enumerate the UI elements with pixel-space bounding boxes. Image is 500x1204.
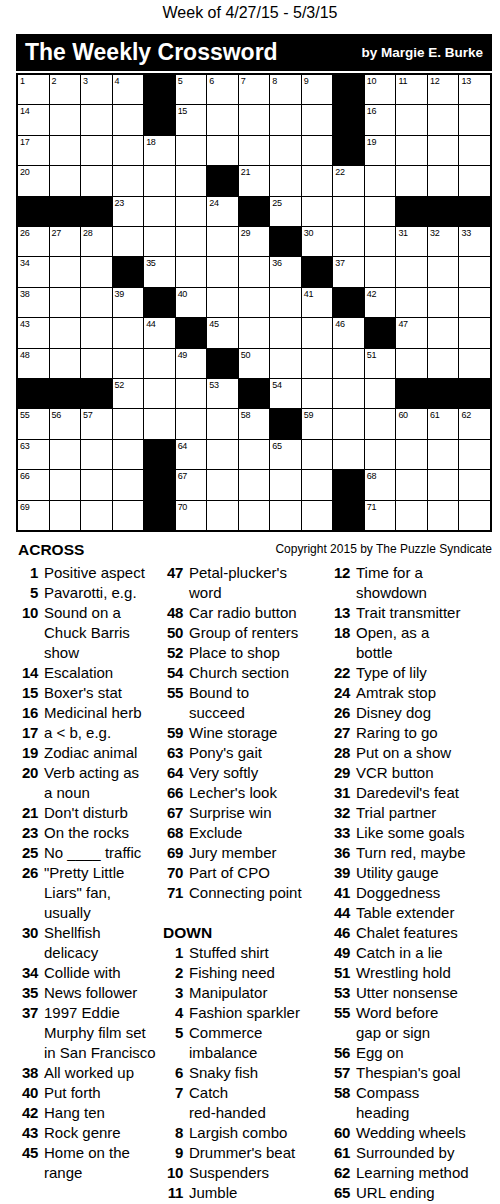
cell-r2c9[interactable] (270, 105, 301, 134)
cell-r13c3[interactable] (81, 440, 112, 469)
clue-text: Surrounded by (356, 1143, 454, 1163)
cell-r12c6[interactable] (176, 409, 207, 438)
cell-number: 36 (272, 258, 281, 268)
cell-r14c7[interactable] (207, 470, 238, 499)
clue-text: Table extender (356, 903, 454, 923)
cell-r7c13[interactable] (396, 257, 427, 286)
cell-r9c1[interactable]: 43 (18, 318, 49, 347)
cell-r15c4[interactable] (113, 501, 144, 530)
clue-down-12: 12Time for a showdown (330, 563, 496, 603)
cell-r7c5[interactable]: 35 (144, 257, 175, 286)
cell-r3c5[interactable]: 18 (144, 136, 175, 165)
clue-number: 46 (330, 923, 350, 943)
clue-across-42: 42Hang ten (18, 1103, 163, 1123)
cell-r9c5[interactable]: 44 (144, 318, 175, 347)
cell-number: 52 (115, 380, 124, 390)
cell-r3c12[interactable]: 19 (365, 136, 396, 165)
cell-r13c9[interactable]: 65 (270, 440, 301, 469)
cell-r7c8[interactable] (239, 257, 270, 286)
cell-number: 54 (272, 380, 281, 390)
cell-r15c15[interactable] (459, 501, 490, 530)
cell-number: 25 (272, 198, 281, 208)
cell-r12c15[interactable]: 62 (459, 409, 490, 438)
clue-text: Wedding wheels (356, 1123, 466, 1143)
cell-r14c3[interactable] (81, 470, 112, 499)
cell-r1c12[interactable]: 10 (365, 75, 396, 104)
cell-r5c6[interactable] (176, 197, 207, 226)
clue-text: Catch red-handed (189, 1083, 266, 1123)
cell-number: 55 (20, 410, 29, 420)
cell-r6c12[interactable] (365, 227, 396, 256)
cell-r2c1[interactable]: 14 (18, 105, 49, 134)
cell-r12c4[interactable] (113, 409, 144, 438)
cell-r14c13[interactable] (396, 470, 427, 499)
cell-r14c2[interactable] (50, 470, 81, 499)
cell-r6c10[interactable]: 30 (302, 227, 333, 256)
clue-down-51: 51Wrestling hold (330, 963, 496, 983)
cell-r3c14[interactable] (428, 136, 459, 165)
clue-down-39: 39Utility gauge (330, 863, 496, 883)
clue-number: 6 (163, 1063, 183, 1083)
cell-r4c11[interactable]: 22 (333, 166, 364, 195)
cell-r7c12[interactable] (365, 257, 396, 286)
cell-r3c7[interactable] (207, 136, 238, 165)
cell-r10c6[interactable]: 49 (176, 349, 207, 378)
clue-across-40: 40Put forth (18, 1083, 163, 1103)
cell-r8c8[interactable] (239, 288, 270, 317)
cell-r12c13[interactable]: 60 (396, 409, 427, 438)
cell-r12c12[interactable] (365, 409, 396, 438)
cell-r6c2[interactable]: 27 (50, 227, 81, 256)
clue-number: 52 (163, 643, 183, 663)
cell-number: 33 (461, 228, 470, 238)
cell-r7c6[interactable] (176, 257, 207, 286)
clue-text: Exclude (189, 823, 242, 843)
cell-r6c11[interactable] (333, 227, 364, 256)
clue-across-55: 55Bound to succeed (163, 683, 330, 723)
cell-r4c4[interactable] (113, 166, 144, 195)
cell-r8c10[interactable]: 41 (302, 288, 333, 317)
cell-r4c1[interactable]: 20 (18, 166, 49, 195)
cell-r12c8[interactable]: 58 (239, 409, 270, 438)
cell-r11c6[interactable] (176, 379, 207, 408)
cell-r11c11[interactable] (333, 379, 364, 408)
clue-number: 29 (330, 763, 350, 783)
cell-r1c8[interactable]: 7 (239, 75, 270, 104)
cell-r1c15[interactable]: 13 (459, 75, 490, 104)
copyright-line: Copyright 2015 by The Puzzle Syndicate (275, 542, 492, 556)
cell-r8c12[interactable]: 42 (365, 288, 396, 317)
cell-number: 69 (20, 502, 29, 512)
cell-r1c2[interactable]: 2 (50, 75, 81, 104)
cell-r13c8[interactable] (239, 440, 270, 469)
cell-r1c9[interactable]: 8 (270, 75, 301, 104)
cell-r5c7[interactable]: 24 (207, 197, 238, 226)
clue-text: Pony's gait (189, 743, 262, 763)
cell-r14c8[interactable] (239, 470, 270, 499)
cell-r2c13[interactable] (396, 105, 427, 134)
cell-r3c8[interactable] (239, 136, 270, 165)
cell-number: 46 (335, 319, 344, 329)
cell-r15c3[interactable] (81, 501, 112, 530)
clue-text: Jury member (189, 843, 277, 863)
cell-number: 67 (178, 471, 187, 481)
cell-r4c12[interactable] (365, 166, 396, 195)
cell-r10c4[interactable] (113, 349, 144, 378)
cell-r9c3[interactable] (81, 318, 112, 347)
clue-number: 47 (163, 563, 183, 583)
cell-r14c1[interactable]: 66 (18, 470, 49, 499)
clue-number: 50 (163, 623, 183, 643)
clue-across-21: 21Don't disturb (18, 803, 163, 823)
cell-r13c5 (144, 440, 175, 469)
cell-r8c3[interactable] (81, 288, 112, 317)
cell-r7c14[interactable] (428, 257, 459, 286)
cell-r4c5[interactable] (144, 166, 175, 195)
cell-r10c13[interactable] (396, 349, 427, 378)
cell-r15c7[interactable] (207, 501, 238, 530)
cell-r6c3[interactable]: 28 (81, 227, 112, 256)
cell-r8c1[interactable]: 38 (18, 288, 49, 317)
cell-r3c15[interactable] (459, 136, 490, 165)
cell-r5c9[interactable]: 25 (270, 197, 301, 226)
clue-text: Sound on a Chuck Barris show (44, 603, 130, 663)
cell-r13c13[interactable] (396, 440, 427, 469)
clue-text: Shellfish delicacy (44, 923, 101, 963)
cell-r9c13[interactable]: 47 (396, 318, 427, 347)
clue-text: Place to shop (189, 643, 280, 663)
clue-text: Verb acting as a noun (44, 763, 139, 803)
cell-r6c5[interactable] (144, 227, 175, 256)
cell-r4c15[interactable] (459, 166, 490, 195)
cell-r13c2[interactable] (50, 440, 81, 469)
cell-r9c8[interactable] (239, 318, 270, 347)
cell-r15c1[interactable]: 69 (18, 501, 49, 530)
cell-r10c5[interactable] (144, 349, 175, 378)
clue-text: Learning method (356, 1163, 469, 1183)
cell-r7c11[interactable]: 37 (333, 257, 364, 286)
cell-number: 43 (20, 319, 29, 329)
cell-r4c9[interactable] (270, 166, 301, 195)
cell-r11c10[interactable] (302, 379, 333, 408)
cell-number: 4 (115, 76, 120, 86)
cell-r2c4[interactable] (113, 105, 144, 134)
cell-r5c13 (396, 197, 427, 226)
clue-text: Fashion sparkler (189, 1003, 300, 1023)
week-heading: Week of 4/27/15 - 5/3/15 (0, 4, 500, 22)
cell-r8c6[interactable]: 40 (176, 288, 207, 317)
cell-r7c15[interactable] (459, 257, 490, 286)
cell-r14c12[interactable]: 68 (365, 470, 396, 499)
clue-col-3: 12Time for a showdown13Trait transmitter… (330, 541, 496, 1203)
cell-r10c11[interactable] (333, 349, 364, 378)
cell-r3c6[interactable] (176, 136, 207, 165)
cell-r1c14[interactable]: 12 (428, 75, 459, 104)
cell-r7c2[interactable] (50, 257, 81, 286)
cell-r4c3[interactable] (81, 166, 112, 195)
cell-r14c14[interactable] (428, 470, 459, 499)
cell-r11c4[interactable]: 52 (113, 379, 144, 408)
clue-number: 5 (163, 1023, 183, 1043)
clue-text: Wrestling hold (356, 963, 451, 983)
clue-down-60: 60Wedding wheels (330, 1123, 496, 1143)
clue-number: 59 (163, 723, 183, 743)
cell-r11c12[interactable] (365, 379, 396, 408)
clue-across-38: 38All worked up (18, 1063, 163, 1083)
cell-r15c13[interactable] (396, 501, 427, 530)
clue-text: Escalation (44, 663, 113, 683)
cell-r1c3[interactable]: 3 (81, 75, 112, 104)
cell-r12c1[interactable]: 55 (18, 409, 49, 438)
cell-r9c14[interactable] (428, 318, 459, 347)
cell-number: 28 (83, 228, 92, 238)
cell-r12c10[interactable]: 59 (302, 409, 333, 438)
cell-r13c7[interactable] (207, 440, 238, 469)
cell-r13c11[interactable] (333, 440, 364, 469)
cell-r15c12[interactable]: 71 (365, 501, 396, 530)
cell-r2c12[interactable]: 16 (365, 105, 396, 134)
clue-number: 34 (18, 963, 38, 983)
clue-text: Group of renters (189, 623, 298, 643)
clue-across-68: 68Exclude (163, 823, 330, 843)
cell-r9c7[interactable]: 45 (207, 318, 238, 347)
clue-across-66: 66Lecher's look (163, 783, 330, 803)
cell-r4c13[interactable] (396, 166, 427, 195)
cell-r11c1 (18, 379, 49, 408)
cell-r11c13 (396, 379, 427, 408)
cell-r11c5[interactable] (144, 379, 175, 408)
clue-text: Surprise win (189, 803, 272, 823)
cell-r1c13[interactable]: 11 (396, 75, 427, 104)
cell-number: 12 (430, 76, 439, 86)
cell-r9c4[interactable] (113, 318, 144, 347)
cell-number: 39 (115, 289, 124, 299)
clue-number: 55 (163, 683, 183, 703)
cell-r6c13[interactable]: 31 (396, 227, 427, 256)
cell-number: 31 (398, 228, 407, 238)
cell-r6c15[interactable]: 33 (459, 227, 490, 256)
cell-r8c9[interactable] (270, 288, 301, 317)
cell-r7c7[interactable] (207, 257, 238, 286)
cell-r15c14[interactable] (428, 501, 459, 530)
cell-r8c2[interactable] (50, 288, 81, 317)
clue-down-10: 10Suspenders (163, 1163, 330, 1183)
page-title: The Weekly Crossword (25, 39, 278, 66)
clue-down-18: 18Open, as a bottle (330, 623, 496, 663)
cell-r12c7[interactable] (207, 409, 238, 438)
clue-down-32: 32Trial partner (330, 803, 496, 823)
clue-number: 17 (18, 723, 38, 743)
clue-across-52: 52Place to shop (163, 643, 330, 663)
cell-r5c1 (18, 197, 49, 226)
cell-r7c9[interactable]: 36 (270, 257, 301, 286)
cell-r2c3[interactable] (81, 105, 112, 134)
cell-r1c4[interactable]: 4 (113, 75, 144, 104)
clue-number: 65 (330, 1183, 350, 1203)
clue-number: 13 (330, 603, 350, 623)
cell-r6c6[interactable] (176, 227, 207, 256)
cell-r3c10[interactable] (302, 136, 333, 165)
cell-r2c10[interactable] (302, 105, 333, 134)
clue-across-70: 70Part of CPO (163, 863, 330, 883)
cell-number: 35 (146, 258, 155, 268)
cell-r1c7[interactable]: 6 (207, 75, 238, 104)
cell-r6c1[interactable]: 26 (18, 227, 49, 256)
cell-r15c10[interactable] (302, 501, 333, 530)
cell-number: 61 (430, 410, 439, 420)
cell-r8c15[interactable] (459, 288, 490, 317)
cell-r14c10[interactable] (302, 470, 333, 499)
clue-number: 48 (163, 603, 183, 623)
cell-r1c6[interactable]: 5 (176, 75, 207, 104)
cell-r2c2[interactable] (50, 105, 81, 134)
clue-text: Disney dog (356, 703, 431, 723)
cell-r10c10[interactable] (302, 349, 333, 378)
cell-r4c6[interactable] (176, 166, 207, 195)
clue-across-19: 19Zodiac animal (18, 743, 163, 763)
cell-r10c8[interactable]: 50 (239, 349, 270, 378)
clue-number: 28 (330, 743, 350, 763)
cell-r14c11 (333, 470, 364, 499)
cell-number: 27 (52, 228, 61, 238)
clue-number: 60 (330, 1123, 350, 1143)
cell-r15c8[interactable] (239, 501, 270, 530)
cell-r5c12[interactable] (365, 197, 396, 226)
cell-r11c9[interactable]: 54 (270, 379, 301, 408)
cell-r14c9[interactable] (270, 470, 301, 499)
cell-r13c15[interactable] (459, 440, 490, 469)
cell-r4c2[interactable] (50, 166, 81, 195)
clue-across-15: 15Boxer's stat (18, 683, 163, 703)
cell-r9c2[interactable] (50, 318, 81, 347)
cell-r3c11 (333, 136, 364, 165)
cell-r12c5[interactable] (144, 409, 175, 438)
cell-r9c12 (365, 318, 396, 347)
clue-across-30: 30Shellfish delicacy (18, 923, 163, 963)
clue-text: Manipulator (189, 983, 267, 1003)
cell-r4c8[interactable]: 21 (239, 166, 270, 195)
cell-r10c3[interactable] (81, 349, 112, 378)
cell-r13c1[interactable]: 63 (18, 440, 49, 469)
clue-number: 43 (18, 1123, 38, 1143)
clue-text: News follower (44, 983, 137, 1003)
cell-r3c1[interactable]: 17 (18, 136, 49, 165)
cell-r4c14[interactable] (428, 166, 459, 195)
cell-r13c4[interactable] (113, 440, 144, 469)
cell-r10c12[interactable]: 51 (365, 349, 396, 378)
cell-r2c5 (144, 105, 175, 134)
clue-number: 32 (330, 803, 350, 823)
cell-r3c2[interactable] (50, 136, 81, 165)
clue-down-28: 28Put on a show (330, 743, 496, 763)
clue-across-16: 16Medicinal herb (18, 703, 163, 723)
cell-r5c10[interactable] (302, 197, 333, 226)
cell-r15c6[interactable]: 70 (176, 501, 207, 530)
cell-r6c4[interactable] (113, 227, 144, 256)
cell-r5c11[interactable] (333, 197, 364, 226)
cell-r5c5[interactable] (144, 197, 175, 226)
cell-r2c7[interactable] (207, 105, 238, 134)
clue-across-64: 64Very softly (163, 763, 330, 783)
cell-r12c14[interactable]: 61 (428, 409, 459, 438)
cell-r7c1[interactable]: 34 (18, 257, 49, 286)
cell-r14c6[interactable]: 67 (176, 470, 207, 499)
cell-number: 48 (20, 350, 29, 360)
cell-r3c4[interactable] (113, 136, 144, 165)
cell-r10c9[interactable] (270, 349, 301, 378)
cell-r10c15[interactable] (459, 349, 490, 378)
cell-r1c1[interactable]: 1 (18, 75, 49, 104)
cell-r11c7[interactable]: 53 (207, 379, 238, 408)
cell-r8c13[interactable] (396, 288, 427, 317)
cell-r11c15 (459, 379, 490, 408)
cell-r10c14[interactable] (428, 349, 459, 378)
cell-r3c3[interactable] (81, 136, 112, 165)
cell-r2c15[interactable] (459, 105, 490, 134)
cell-r14c5 (144, 470, 175, 499)
cell-r15c9[interactable] (270, 501, 301, 530)
cell-r9c11[interactable]: 46 (333, 318, 364, 347)
cell-r14c15[interactable] (459, 470, 490, 499)
cell-r2c6[interactable]: 15 (176, 105, 207, 134)
cell-r12c11[interactable] (333, 409, 364, 438)
cell-r13c14[interactable] (428, 440, 459, 469)
cell-r14c4[interactable] (113, 470, 144, 499)
cell-r3c13[interactable] (396, 136, 427, 165)
clue-text: Put forth (44, 1083, 101, 1103)
cell-r6c7[interactable] (207, 227, 238, 256)
cell-r9c9[interactable] (270, 318, 301, 347)
clue-across-35: 35News follower (18, 983, 163, 1003)
cell-r12c2[interactable]: 56 (50, 409, 81, 438)
cell-r2c8[interactable] (239, 105, 270, 134)
clue-down-41: 41Doggedness (330, 883, 496, 903)
cell-r15c2[interactable] (50, 501, 81, 530)
cell-r13c10[interactable] (302, 440, 333, 469)
cell-number: 22 (335, 167, 344, 177)
cell-r8c14[interactable] (428, 288, 459, 317)
cell-r8c4[interactable]: 39 (113, 288, 144, 317)
cell-r13c12[interactable] (365, 440, 396, 469)
cell-r6c14[interactable]: 32 (428, 227, 459, 256)
cell-r9c15[interactable] (459, 318, 490, 347)
clue-text: VCR button (356, 763, 434, 783)
cell-r13c6[interactable]: 64 (176, 440, 207, 469)
clue-text: 1997 Eddie Murphy film set in San Franci… (44, 1003, 156, 1063)
cell-r9c10[interactable] (302, 318, 333, 347)
cell-number: 6 (209, 76, 214, 86)
cell-r4c10[interactable] (302, 166, 333, 195)
clue-number: 35 (18, 983, 38, 1003)
cell-r5c4[interactable]: 23 (113, 197, 144, 226)
clue-text: Trial partner (356, 803, 436, 823)
cell-r3c9[interactable] (270, 136, 301, 165)
cell-r7c3[interactable] (81, 257, 112, 286)
clue-down-58: 58Compass heading (330, 1083, 496, 1123)
clue-down-56: 56Egg on (330, 1043, 496, 1063)
clue-down-22: 22Type of lily (330, 663, 496, 683)
cell-r10c2[interactable] (50, 349, 81, 378)
cell-r6c8[interactable]: 29 (239, 227, 270, 256)
cell-r10c1[interactable]: 48 (18, 349, 49, 378)
cell-r2c14[interactable] (428, 105, 459, 134)
clue-text: Positive aspect (44, 563, 145, 583)
clue-text: Jumble (189, 1183, 237, 1203)
cell-r1c10[interactable]: 9 (302, 75, 333, 104)
cell-r12c3[interactable]: 57 (81, 409, 112, 438)
clue-text: Hang ten (44, 1103, 105, 1123)
cell-r8c7[interactable] (207, 288, 238, 317)
